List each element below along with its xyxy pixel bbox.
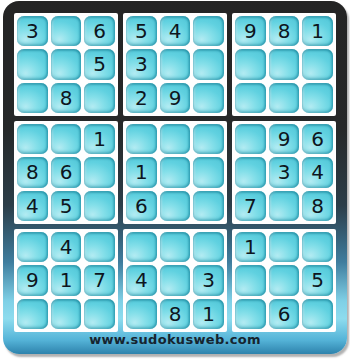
cell-r6c7[interactable]: 7 <box>235 191 266 221</box>
sudoku-block-7: 4917 <box>14 229 118 332</box>
cell-r6c2[interactable]: 5 <box>51 191 82 221</box>
cell-r8c6[interactable]: 3 <box>193 265 224 295</box>
cell-r9c8[interactable]: 6 <box>269 299 300 329</box>
cell-r1c3[interactable]: 6 <box>84 16 115 46</box>
sudoku-grid: 365854329981186451696347849174381156 <box>14 13 336 332</box>
cell-r6c6[interactable] <box>193 191 224 221</box>
cell-r3c6[interactable] <box>193 83 224 113</box>
cell-r1c4[interactable]: 5 <box>126 16 157 46</box>
cell-r7c2[interactable]: 4 <box>51 232 82 262</box>
site-link[interactable]: www.sudokusweb.com <box>3 332 347 347</box>
cell-r2c8[interactable] <box>269 49 300 79</box>
cell-r3c7[interactable] <box>235 83 266 113</box>
cell-r8c9[interactable]: 5 <box>302 265 333 295</box>
cell-r7c6[interactable] <box>193 232 224 262</box>
cell-r1c7[interactable]: 9 <box>235 16 266 46</box>
cell-r7c7[interactable]: 1 <box>235 232 266 262</box>
page: 365854329981186451696347849174381156 www… <box>0 0 350 360</box>
cell-r3c2[interactable]: 8 <box>51 83 82 113</box>
cell-r3c1[interactable] <box>17 83 48 113</box>
cell-r5c1[interactable]: 8 <box>17 157 48 187</box>
cell-r4c7[interactable] <box>235 124 266 154</box>
cell-r7c1[interactable] <box>17 232 48 262</box>
cell-r4c4[interactable] <box>126 124 157 154</box>
cell-r5c9[interactable]: 4 <box>302 157 333 187</box>
cell-r9c9[interactable] <box>302 299 333 329</box>
cell-r6c3[interactable] <box>84 191 115 221</box>
cell-r6c9[interactable]: 8 <box>302 191 333 221</box>
cell-r2c5[interactable] <box>160 49 191 79</box>
cell-r9c6[interactable]: 1 <box>193 299 224 329</box>
cell-r3c8[interactable] <box>269 83 300 113</box>
cell-r3c3[interactable] <box>84 83 115 113</box>
cell-r7c5[interactable] <box>160 232 191 262</box>
cell-r3c5[interactable]: 9 <box>160 83 191 113</box>
cell-r7c8[interactable] <box>269 232 300 262</box>
cell-r7c3[interactable] <box>84 232 115 262</box>
cell-r7c4[interactable] <box>126 232 157 262</box>
sudoku-block-5: 16 <box>123 121 227 224</box>
cell-r5c7[interactable] <box>235 157 266 187</box>
cell-r9c5[interactable]: 8 <box>160 299 191 329</box>
cell-r5c6[interactable] <box>193 157 224 187</box>
cell-r1c8[interactable]: 8 <box>269 16 300 46</box>
sudoku-block-1: 3658 <box>14 13 118 116</box>
cell-r8c5[interactable] <box>160 265 191 295</box>
cell-r6c1[interactable]: 4 <box>17 191 48 221</box>
cell-r8c2[interactable]: 1 <box>51 265 82 295</box>
cell-r2c3[interactable]: 5 <box>84 49 115 79</box>
cell-r1c1[interactable]: 3 <box>17 16 48 46</box>
cell-r1c9[interactable]: 1 <box>302 16 333 46</box>
cell-r3c4[interactable]: 2 <box>126 83 157 113</box>
cell-r7c9[interactable] <box>302 232 333 262</box>
cell-r9c3[interactable] <box>84 299 115 329</box>
cell-r8c7[interactable] <box>235 265 266 295</box>
cell-r4c9[interactable]: 6 <box>302 124 333 154</box>
cell-r5c2[interactable]: 6 <box>51 157 82 187</box>
cell-r1c2[interactable] <box>51 16 82 46</box>
cell-r4c2[interactable] <box>51 124 82 154</box>
cell-r8c3[interactable]: 7 <box>84 265 115 295</box>
cell-r2c7[interactable] <box>235 49 266 79</box>
cell-r1c5[interactable]: 4 <box>160 16 191 46</box>
cell-r5c4[interactable]: 1 <box>126 157 157 187</box>
cell-r5c3[interactable] <box>84 157 115 187</box>
sudoku-block-3: 981 <box>232 13 336 116</box>
cell-r9c4[interactable] <box>126 299 157 329</box>
cell-r5c5[interactable] <box>160 157 191 187</box>
cell-r8c8[interactable] <box>269 265 300 295</box>
cell-r2c2[interactable] <box>51 49 82 79</box>
sudoku-board: 365854329981186451696347849174381156 www… <box>3 1 347 354</box>
sudoku-block-9: 156 <box>232 229 336 332</box>
cell-r6c5[interactable] <box>160 191 191 221</box>
cell-r4c8[interactable]: 9 <box>269 124 300 154</box>
cell-r4c1[interactable] <box>17 124 48 154</box>
cell-r1c6[interactable] <box>193 16 224 46</box>
cell-r3c9[interactable] <box>302 83 333 113</box>
cell-r2c9[interactable] <box>302 49 333 79</box>
cell-r4c6[interactable] <box>193 124 224 154</box>
cell-r9c1[interactable] <box>17 299 48 329</box>
cell-r9c7[interactable] <box>235 299 266 329</box>
sudoku-block-2: 54329 <box>123 13 227 116</box>
cell-r5c8[interactable]: 3 <box>269 157 300 187</box>
cell-r8c4[interactable]: 4 <box>126 265 157 295</box>
cell-r9c2[interactable] <box>51 299 82 329</box>
sudoku-block-4: 18645 <box>14 121 118 224</box>
cell-r2c4[interactable]: 3 <box>126 49 157 79</box>
cell-r6c4[interactable]: 6 <box>126 191 157 221</box>
cell-r4c5[interactable] <box>160 124 191 154</box>
sudoku-block-8: 4381 <box>123 229 227 332</box>
sudoku-block-6: 963478 <box>232 121 336 224</box>
cell-r6c8[interactable] <box>269 191 300 221</box>
cell-r2c6[interactable] <box>193 49 224 79</box>
cell-r8c1[interactable]: 9 <box>17 265 48 295</box>
cell-r2c1[interactable] <box>17 49 48 79</box>
cell-r4c3[interactable]: 1 <box>84 124 115 154</box>
